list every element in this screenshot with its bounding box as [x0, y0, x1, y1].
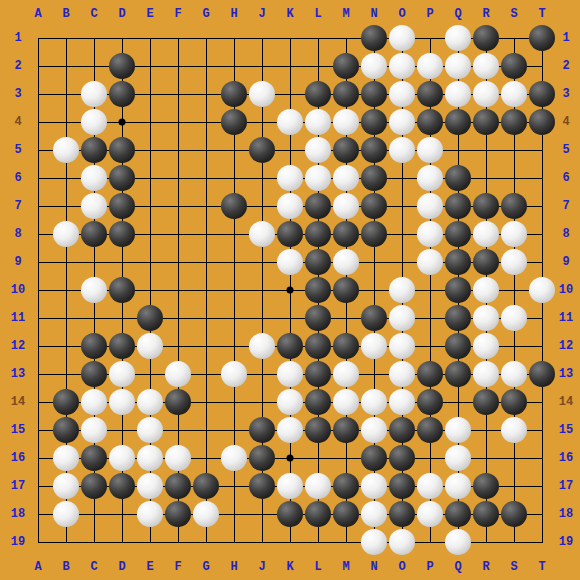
white-stone-N15 [361, 417, 387, 443]
row-label-right: 4 [562, 116, 569, 128]
column-label-bottom: A [34, 561, 41, 573]
white-stone-M6 [333, 165, 359, 191]
black-stone-D17 [109, 473, 135, 499]
white-stone-Q15 [445, 417, 471, 443]
row-label-right: 3 [562, 88, 569, 100]
white-stone-Q2 [445, 53, 471, 79]
black-stone-L10 [305, 277, 331, 303]
black-stone-Q18 [445, 501, 471, 527]
white-stone-Q19 [445, 529, 471, 555]
white-stone-O14 [389, 389, 415, 415]
column-label-bottom: K [286, 561, 293, 573]
white-stone-P2 [417, 53, 443, 79]
row-label-right: 15 [559, 424, 573, 436]
row-label-left: 14 [11, 396, 25, 408]
white-stone-F16 [165, 445, 191, 471]
white-stone-L5 [305, 137, 331, 163]
white-stone-Q1 [445, 25, 471, 51]
black-stone-K8 [277, 221, 303, 247]
white-stone-J8 [249, 221, 275, 247]
column-label-top: P [426, 8, 433, 20]
white-stone-B16 [53, 445, 79, 471]
white-stone-R8 [473, 221, 499, 247]
white-stone-C15 [81, 417, 107, 443]
row-label-right: 16 [559, 452, 573, 464]
row-label-left: 5 [14, 144, 21, 156]
white-stone-O10 [389, 277, 415, 303]
black-stone-T4 [529, 109, 555, 135]
column-label-bottom: S [510, 561, 517, 573]
column-label-bottom: O [398, 561, 405, 573]
black-stone-M15 [333, 417, 359, 443]
white-stone-O13 [389, 361, 415, 387]
black-stone-Q8 [445, 221, 471, 247]
white-stone-R12 [473, 333, 499, 359]
black-stone-Q6 [445, 165, 471, 191]
black-stone-D12 [109, 333, 135, 359]
white-stone-B8 [53, 221, 79, 247]
black-stone-P3 [417, 81, 443, 107]
black-stone-N6 [361, 165, 387, 191]
black-stone-R1 [473, 25, 499, 51]
column-label-bottom: M [342, 561, 349, 573]
row-label-left: 19 [11, 536, 25, 548]
black-stone-K18 [277, 501, 303, 527]
black-stone-D10 [109, 277, 135, 303]
black-stone-N8 [361, 221, 387, 247]
black-stone-L15 [305, 417, 331, 443]
black-stone-S7 [501, 193, 527, 219]
black-stone-T13 [529, 361, 555, 387]
column-label-bottom: C [90, 561, 97, 573]
column-label-top: J [258, 8, 265, 20]
white-stone-E12 [137, 333, 163, 359]
black-stone-D3 [109, 81, 135, 107]
row-label-left: 12 [11, 340, 25, 352]
black-stone-R14 [473, 389, 499, 415]
white-stone-D13 [109, 361, 135, 387]
black-stone-M12 [333, 333, 359, 359]
white-stone-O1 [389, 25, 415, 51]
white-stone-H16 [221, 445, 247, 471]
black-stone-H3 [221, 81, 247, 107]
white-stone-M13 [333, 361, 359, 387]
white-stone-D14 [109, 389, 135, 415]
black-stone-S14 [501, 389, 527, 415]
black-stone-H4 [221, 109, 247, 135]
black-stone-F14 [165, 389, 191, 415]
white-stone-J12 [249, 333, 275, 359]
column-label-top: R [482, 8, 489, 20]
column-label-bottom: J [258, 561, 265, 573]
row-label-right: 17 [559, 480, 573, 492]
white-stone-O3 [389, 81, 415, 107]
row-label-right: 19 [559, 536, 573, 548]
black-stone-C13 [81, 361, 107, 387]
black-stone-D2 [109, 53, 135, 79]
white-stone-O19 [389, 529, 415, 555]
black-stone-P14 [417, 389, 443, 415]
white-stone-R13 [473, 361, 499, 387]
row-label-left: 17 [11, 480, 25, 492]
white-stone-K15 [277, 417, 303, 443]
black-stone-D5 [109, 137, 135, 163]
column-label-top: E [146, 8, 153, 20]
black-stone-N7 [361, 193, 387, 219]
column-label-top: L [314, 8, 321, 20]
white-stone-P8 [417, 221, 443, 247]
black-stone-S4 [501, 109, 527, 135]
black-stone-H7 [221, 193, 247, 219]
white-stone-D16 [109, 445, 135, 471]
white-stone-M7 [333, 193, 359, 219]
row-label-left: 9 [14, 256, 21, 268]
black-stone-L18 [305, 501, 331, 527]
white-stone-G18 [193, 501, 219, 527]
white-stone-N19 [361, 529, 387, 555]
black-stone-D6 [109, 165, 135, 191]
column-label-top: B [62, 8, 69, 20]
black-stone-Q11 [445, 305, 471, 331]
white-stone-L4 [305, 109, 331, 135]
column-label-bottom: G [202, 561, 209, 573]
white-stone-S11 [501, 305, 527, 331]
black-stone-R18 [473, 501, 499, 527]
black-stone-J15 [249, 417, 275, 443]
row-label-right: 14 [559, 396, 573, 408]
black-stone-G17 [193, 473, 219, 499]
white-stone-E18 [137, 501, 163, 527]
row-label-right: 12 [559, 340, 573, 352]
column-label-bottom: H [230, 561, 237, 573]
white-stone-N12 [361, 333, 387, 359]
column-label-top: M [342, 8, 349, 20]
white-stone-N17 [361, 473, 387, 499]
black-stone-O16 [389, 445, 415, 471]
hoshi-point [287, 455, 294, 462]
white-stone-P7 [417, 193, 443, 219]
row-label-right: 1 [562, 32, 569, 44]
white-stone-P18 [417, 501, 443, 527]
black-stone-M5 [333, 137, 359, 163]
white-stone-P5 [417, 137, 443, 163]
white-stone-O2 [389, 53, 415, 79]
black-stone-C16 [81, 445, 107, 471]
row-label-left: 15 [11, 424, 25, 436]
white-stone-C7 [81, 193, 107, 219]
row-label-left: 8 [14, 228, 21, 240]
white-stone-E14 [137, 389, 163, 415]
black-stone-F17 [165, 473, 191, 499]
black-stone-L12 [305, 333, 331, 359]
black-stone-J16 [249, 445, 275, 471]
black-stone-Q7 [445, 193, 471, 219]
white-stone-J3 [249, 81, 275, 107]
column-label-bottom: D [118, 561, 125, 573]
black-stone-C17 [81, 473, 107, 499]
row-label-left: 13 [11, 368, 25, 380]
column-label-bottom: R [482, 561, 489, 573]
white-stone-E17 [137, 473, 163, 499]
black-stone-N4 [361, 109, 387, 135]
black-stone-O17 [389, 473, 415, 499]
black-stone-C12 [81, 333, 107, 359]
black-stone-Q12 [445, 333, 471, 359]
row-label-right: 11 [559, 312, 573, 324]
column-label-top: N [370, 8, 377, 20]
row-label-right: 18 [559, 508, 573, 520]
column-label-top: H [230, 8, 237, 20]
black-stone-M2 [333, 53, 359, 79]
black-stone-P4 [417, 109, 443, 135]
black-stone-D7 [109, 193, 135, 219]
column-label-top: T [538, 8, 545, 20]
black-stone-O18 [389, 501, 415, 527]
white-stone-C6 [81, 165, 107, 191]
black-stone-K12 [277, 333, 303, 359]
black-stone-B14 [53, 389, 79, 415]
black-stone-F18 [165, 501, 191, 527]
black-stone-M18 [333, 501, 359, 527]
black-stone-Q13 [445, 361, 471, 387]
white-stone-K6 [277, 165, 303, 191]
black-stone-M8 [333, 221, 359, 247]
black-stone-L11 [305, 305, 331, 331]
white-stone-E15 [137, 417, 163, 443]
black-stone-M17 [333, 473, 359, 499]
white-stone-S15 [501, 417, 527, 443]
white-stone-Q17 [445, 473, 471, 499]
column-label-top: A [34, 8, 41, 20]
white-stone-H13 [221, 361, 247, 387]
white-stone-K4 [277, 109, 303, 135]
white-stone-P17 [417, 473, 443, 499]
white-stone-C14 [81, 389, 107, 415]
row-label-right: 8 [562, 228, 569, 240]
row-label-right: 10 [559, 284, 573, 296]
black-stone-P13 [417, 361, 443, 387]
black-stone-R4 [473, 109, 499, 135]
white-stone-P9 [417, 249, 443, 275]
row-label-left: 6 [14, 172, 21, 184]
black-stone-L9 [305, 249, 331, 275]
column-label-top: D [118, 8, 125, 20]
row-label-left: 3 [14, 88, 21, 100]
white-stone-O4 [389, 109, 415, 135]
black-stone-L14 [305, 389, 331, 415]
column-label-top: G [202, 8, 209, 20]
black-stone-M10 [333, 277, 359, 303]
white-stone-M14 [333, 389, 359, 415]
black-stone-C8 [81, 221, 107, 247]
black-stone-R17 [473, 473, 499, 499]
black-stone-S18 [501, 501, 527, 527]
white-stone-O12 [389, 333, 415, 359]
white-stone-K7 [277, 193, 303, 219]
white-stone-O11 [389, 305, 415, 331]
row-label-left: 1 [14, 32, 21, 44]
black-stone-R9 [473, 249, 499, 275]
hoshi-point [119, 119, 126, 126]
white-stone-N18 [361, 501, 387, 527]
black-stone-L3 [305, 81, 331, 107]
black-stone-N1 [361, 25, 387, 51]
row-label-right: 2 [562, 60, 569, 72]
column-label-top: F [174, 8, 181, 20]
white-stone-Q3 [445, 81, 471, 107]
row-label-left: 10 [11, 284, 25, 296]
white-stone-N14 [361, 389, 387, 415]
white-stone-M9 [333, 249, 359, 275]
white-stone-R11 [473, 305, 499, 331]
white-stone-R3 [473, 81, 499, 107]
row-label-left: 2 [14, 60, 21, 72]
hoshi-point [287, 287, 294, 294]
white-stone-B5 [53, 137, 79, 163]
black-stone-E11 [137, 305, 163, 331]
row-label-left: 18 [11, 508, 25, 520]
row-label-right: 5 [562, 144, 569, 156]
column-label-top: S [510, 8, 517, 20]
row-label-right: 9 [562, 256, 569, 268]
column-label-bottom: F [174, 561, 181, 573]
white-stone-Q16 [445, 445, 471, 471]
black-stone-B15 [53, 417, 79, 443]
white-stone-K13 [277, 361, 303, 387]
white-stone-L17 [305, 473, 331, 499]
column-label-bottom: N [370, 561, 377, 573]
white-stone-N2 [361, 53, 387, 79]
black-stone-L13 [305, 361, 331, 387]
white-stone-K9 [277, 249, 303, 275]
white-stone-P6 [417, 165, 443, 191]
black-stone-N11 [361, 305, 387, 331]
black-stone-Q4 [445, 109, 471, 135]
black-stone-N5 [361, 137, 387, 163]
black-stone-N16 [361, 445, 387, 471]
black-stone-C5 [81, 137, 107, 163]
white-stone-M4 [333, 109, 359, 135]
white-stone-C4 [81, 109, 107, 135]
white-stone-K17 [277, 473, 303, 499]
black-stone-J17 [249, 473, 275, 499]
black-stone-Q10 [445, 277, 471, 303]
white-stone-O5 [389, 137, 415, 163]
white-stone-C10 [81, 277, 107, 303]
white-stone-S3 [501, 81, 527, 107]
white-stone-E16 [137, 445, 163, 471]
black-stone-R7 [473, 193, 499, 219]
row-label-left: 11 [11, 312, 25, 324]
black-stone-S2 [501, 53, 527, 79]
row-label-right: 7 [562, 200, 569, 212]
white-stone-S13 [501, 361, 527, 387]
white-stone-K14 [277, 389, 303, 415]
column-label-top: Q [454, 8, 461, 20]
row-label-left: 4 [14, 116, 21, 128]
black-stone-M3 [333, 81, 359, 107]
black-stone-L7 [305, 193, 331, 219]
black-stone-L8 [305, 221, 331, 247]
column-label-top: K [286, 8, 293, 20]
column-label-top: C [90, 8, 97, 20]
row-label-left: 16 [11, 452, 25, 464]
black-stone-T3 [529, 81, 555, 107]
column-label-bottom: E [146, 561, 153, 573]
column-label-bottom: L [314, 561, 321, 573]
white-stone-R10 [473, 277, 499, 303]
white-stone-T10 [529, 277, 555, 303]
white-stone-S9 [501, 249, 527, 275]
white-stone-S8 [501, 221, 527, 247]
column-label-bottom: T [538, 561, 545, 573]
white-stone-F13 [165, 361, 191, 387]
black-stone-Q9 [445, 249, 471, 275]
column-label-bottom: P [426, 561, 433, 573]
go-board[interactable]: AABBCCDDEEFFGGHHJJKKLLMMNNOOPPQQRRSSTT11… [0, 0, 580, 580]
white-stone-L6 [305, 165, 331, 191]
black-stone-O15 [389, 417, 415, 443]
black-stone-D8 [109, 221, 135, 247]
row-label-right: 6 [562, 172, 569, 184]
black-stone-P15 [417, 417, 443, 443]
row-label-right: 13 [559, 368, 573, 380]
white-stone-B18 [53, 501, 79, 527]
white-stone-C3 [81, 81, 107, 107]
black-stone-T1 [529, 25, 555, 51]
column-label-top: O [398, 8, 405, 20]
column-label-bottom: Q [454, 561, 461, 573]
black-stone-N3 [361, 81, 387, 107]
white-stone-R2 [473, 53, 499, 79]
black-stone-J5 [249, 137, 275, 163]
white-stone-B17 [53, 473, 79, 499]
column-label-bottom: B [62, 561, 69, 573]
row-label-left: 7 [14, 200, 21, 212]
